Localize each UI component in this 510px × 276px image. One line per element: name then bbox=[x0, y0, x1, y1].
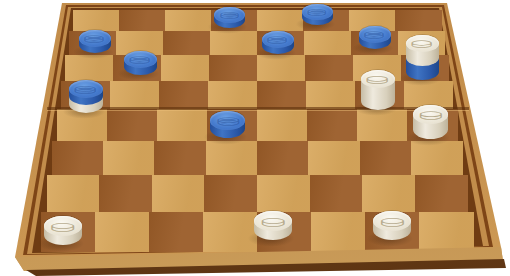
blue-man-glyph: ⛂ bbox=[84, 31, 106, 45]
blue-man-glyph: ⛂ bbox=[307, 5, 328, 18]
checker-top: ⛀ bbox=[44, 216, 82, 236]
blue-man-glyph: ⛂ bbox=[129, 52, 152, 66]
blue-man-glyph: ⛂ bbox=[267, 32, 289, 46]
white-man-glyph: ⛀ bbox=[366, 71, 389, 86]
checker-top: ⛂ bbox=[69, 80, 103, 98]
blue-man-glyph: ⛂ bbox=[216, 113, 240, 129]
white-man-glyph: ⛀ bbox=[260, 213, 286, 229]
checker-top: ⛂ bbox=[359, 26, 391, 43]
white-man-glyph: ⛀ bbox=[50, 218, 76, 234]
checker-top: ⛀ bbox=[361, 70, 395, 88]
blue-man-glyph: ⛂ bbox=[219, 8, 240, 21]
checkers-photo-scene: ⛂⛂⛂⛂⛂⛂⛀⛂⛀⛂⛀⛀⛀⛀ bbox=[0, 0, 510, 276]
pieces-layer: ⛂⛂⛂⛂⛂⛂⛀⛂⛀⛂⛀⛀⛀⛀ bbox=[0, 0, 510, 276]
blue-man-glyph: ⛂ bbox=[364, 27, 386, 41]
checker-top: ⛂ bbox=[262, 31, 294, 48]
checker-top: ⛂ bbox=[124, 51, 157, 68]
blue-man-glyph: ⛂ bbox=[74, 82, 97, 97]
white-man-glyph: ⛀ bbox=[418, 106, 442, 122]
white-man-glyph: ⛀ bbox=[379, 213, 405, 229]
checker-top: ⛂ bbox=[214, 7, 245, 23]
checker-top: ⛀ bbox=[254, 211, 292, 231]
white-man-glyph: ⛀ bbox=[411, 37, 434, 51]
checker-top: ⛀ bbox=[413, 105, 448, 124]
checker-top: ⛂ bbox=[79, 30, 111, 47]
checker-top: ⛂ bbox=[302, 4, 333, 20]
